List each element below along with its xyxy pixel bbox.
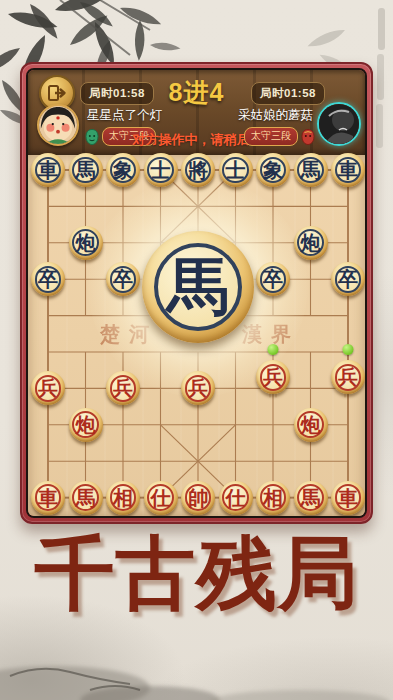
- photo-avatar-art: [319, 104, 359, 144]
- piece-black-chariot[interactable]: 車: [331, 153, 365, 187]
- piece-red-elephant[interactable]: 相: [256, 481, 290, 515]
- piece-red-cannon[interactable]: 炮: [69, 408, 103, 442]
- piece-black-horse[interactable]: 馬: [142, 231, 254, 343]
- piece-black-cannon[interactable]: 炮: [294, 226, 328, 260]
- piece-red-elephant[interactable]: 相: [106, 481, 140, 515]
- piece-red-cannon[interactable]: 炮: [294, 408, 328, 442]
- piece-black-elephant[interactable]: 象: [256, 153, 290, 187]
- piece-black-soldier[interactable]: 卒: [256, 262, 290, 296]
- piece-red-general[interactable]: 帥: [181, 481, 215, 515]
- frame-inner: 局时01:58 8进4 局时01:58: [26, 68, 367, 518]
- piece-red-advisor[interactable]: 仕: [219, 481, 253, 515]
- opera-mask-icon-red: [301, 129, 315, 145]
- xiangqi-game-screen: 局时01:58 8进4 局时01:58: [0, 0, 393, 700]
- piece-red-chariot[interactable]: 車: [331, 481, 365, 515]
- piece-red-advisor[interactable]: 仕: [144, 481, 178, 515]
- piece-black-horse[interactable]: 馬: [69, 153, 103, 187]
- piece-red-horse[interactable]: 馬: [69, 481, 103, 515]
- piece-black-cannon[interactable]: 炮: [69, 226, 103, 260]
- movable-hint-dot: [268, 344, 279, 355]
- piece-black-soldier[interactable]: 卒: [106, 262, 140, 296]
- piece-red-horse[interactable]: 馬: [294, 481, 328, 515]
- piece-black-chariot[interactable]: 車: [31, 153, 65, 187]
- page-title: 千古残局: [0, 527, 393, 619]
- piece-red-chariot[interactable]: 車: [31, 481, 65, 515]
- piece-black-advisor[interactable]: 士: [219, 153, 253, 187]
- piece-black-horse[interactable]: 馬: [294, 153, 328, 187]
- xiangqi-board[interactable]: 楚河 漢界 車馬象士將士象馬車炮炮卒卒卒卒馬兵兵兵兵兵炮炮車馬相仕帥仕相馬車: [28, 155, 365, 516]
- game-frame: 局时01:58 8进4 局时01:58: [20, 62, 373, 524]
- right-player-rank: 太守三段: [244, 127, 298, 146]
- right-player-name: 采姑娘的蘑菇: [238, 107, 313, 124]
- piece-black-general[interactable]: 將: [181, 153, 215, 187]
- piece-black-soldier[interactable]: 卒: [31, 262, 65, 296]
- piece-black-elephant[interactable]: 象: [106, 153, 140, 187]
- left-player-name: 星星点了个灯: [87, 107, 162, 124]
- piece-black-soldier[interactable]: 卒: [331, 262, 365, 296]
- piece-black-advisor[interactable]: 士: [144, 153, 178, 187]
- right-player-badges: 太守三段: [244, 127, 315, 146]
- header: 局时01:58 8进4 局时01:58: [28, 70, 365, 155]
- movable-hint-dot: [343, 344, 354, 355]
- right-timer: 局时01:58: [251, 82, 325, 105]
- right-player-avatar[interactable]: [317, 102, 361, 146]
